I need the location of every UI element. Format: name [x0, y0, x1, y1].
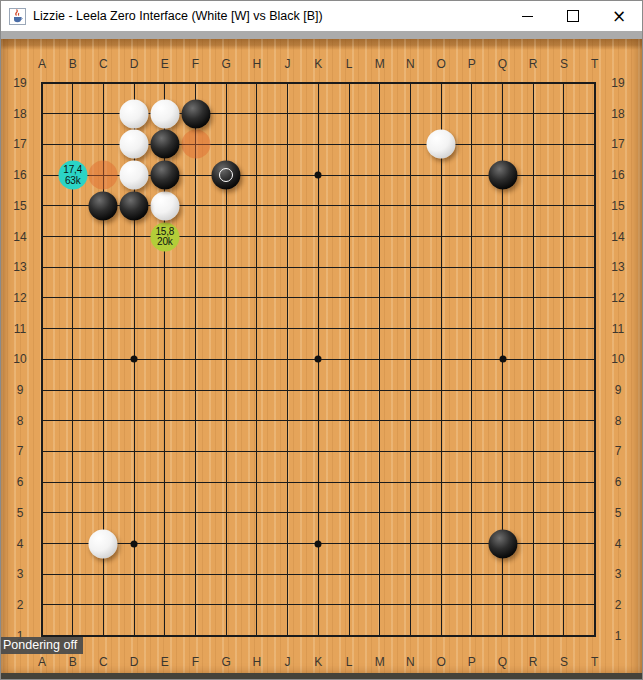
coord-label-top: L	[346, 57, 353, 71]
stone-white-E15[interactable]	[150, 191, 179, 220]
stone-white-D18[interactable]	[120, 99, 149, 128]
coord-label-bottom: T	[591, 655, 598, 669]
window-bottom-edge	[1, 673, 642, 680]
grid-line-h	[41, 604, 596, 605]
stone-black-Q4[interactable]	[488, 529, 517, 558]
coord-label-left: 10	[13, 352, 26, 366]
grid-line-h	[41, 420, 596, 421]
coord-label-bottom: S	[560, 655, 568, 669]
coord-label-bottom: P	[468, 655, 476, 669]
coord-label-right: 19	[611, 76, 624, 90]
candidate-winrate: 17,4	[63, 165, 82, 176]
coord-label-top: F	[192, 57, 199, 71]
lizzie-window: Lizzie - Leela Zero Interface (White [W]…	[0, 0, 643, 680]
coord-label-right: 14	[611, 230, 624, 244]
coord-label-bottom: M	[375, 655, 385, 669]
coord-label-right: 8	[615, 414, 622, 428]
stone-black-E17[interactable]	[150, 130, 179, 159]
grid-line-v	[533, 82, 534, 637]
coord-label-top: T	[591, 57, 598, 71]
stone-black-D15[interactable]	[120, 191, 149, 220]
stone-black-F18[interactable]	[181, 99, 210, 128]
grid-line-v	[441, 82, 442, 637]
candidate-visits: 63k	[65, 175, 81, 186]
close-icon: ×	[612, 8, 626, 25]
grid-line-h	[41, 482, 596, 483]
star-point-D4	[131, 540, 138, 547]
coord-label-left: 15	[13, 199, 26, 213]
coord-label-right: 13	[611, 260, 624, 274]
coord-label-right: 16	[611, 168, 624, 182]
candidate-move-E14[interactable]: 15,820k	[150, 222, 179, 251]
coord-label-top: O	[436, 57, 445, 71]
grid-line-v	[349, 82, 350, 637]
grid-line-h	[41, 574, 596, 575]
coord-label-right: 4	[615, 537, 622, 551]
coord-label-right: 12	[611, 291, 624, 305]
pondering-status: Pondering off	[1, 637, 83, 654]
titlebar-lower-strip	[1, 31, 642, 39]
coord-label-bottom: H	[253, 655, 262, 669]
candidate-move-F17[interactable]	[181, 130, 210, 159]
minimize-button[interactable]	[504, 1, 550, 31]
last-move-marker	[219, 168, 233, 182]
coord-label-left: 3	[17, 567, 24, 581]
coord-label-top: R	[529, 57, 538, 71]
star-point-D10	[131, 356, 138, 363]
stone-white-C4[interactable]	[89, 529, 118, 558]
coord-label-left: 7	[17, 444, 24, 458]
star-point-K4	[315, 540, 322, 547]
java-icon	[9, 8, 26, 25]
coord-label-bottom: D	[130, 655, 139, 669]
coord-label-right: 7	[615, 444, 622, 458]
coord-label-right: 9	[615, 383, 622, 397]
coord-label-bottom: G	[222, 655, 231, 669]
grid-line-h	[41, 512, 596, 513]
grid-line-h	[41, 635, 596, 637]
coord-label-right: 17	[611, 137, 624, 151]
coord-label-bottom: B	[69, 655, 77, 669]
window-controls: ×	[504, 1, 642, 31]
coord-label-top: N	[406, 57, 415, 71]
coord-label-top: J	[285, 57, 291, 71]
coord-label-top: G	[222, 57, 231, 71]
coord-label-left: 16	[13, 168, 26, 182]
coord-label-right: 1	[615, 629, 622, 643]
coord-label-top: B	[69, 57, 77, 71]
maximize-icon	[567, 10, 579, 22]
coord-label-left: 19	[13, 76, 26, 90]
coord-label-top: M	[375, 57, 385, 71]
coord-label-left: 4	[17, 537, 24, 551]
maximize-button[interactable]	[550, 1, 596, 31]
stone-white-D16[interactable]	[120, 161, 149, 190]
grid-line-v	[410, 82, 411, 637]
candidate-winrate: 15,8	[155, 226, 174, 237]
coord-label-left: 13	[13, 260, 26, 274]
coord-label-left: 2	[17, 598, 24, 612]
coord-label-top: H	[253, 57, 262, 71]
grid-line-v	[594, 82, 596, 637]
grid-line-v	[563, 82, 564, 637]
star-point-K16	[315, 172, 322, 179]
candidate-move-C16[interactable]	[89, 161, 118, 190]
coord-label-top: Q	[498, 57, 507, 71]
stone-white-D17[interactable]	[120, 130, 149, 159]
grid-line-h	[41, 451, 596, 452]
candidate-visits: 20k	[157, 237, 173, 248]
coord-label-bottom: F	[192, 655, 199, 669]
coord-label-left: 8	[17, 414, 24, 428]
star-point-K10	[315, 356, 322, 363]
coord-label-bottom: N	[406, 655, 415, 669]
stone-black-Q16[interactable]	[488, 161, 517, 190]
coord-label-top: E	[161, 57, 169, 71]
coord-label-left: 6	[17, 475, 24, 489]
coord-label-left: 17	[13, 137, 26, 151]
coord-label-bottom: R	[529, 655, 538, 669]
coord-label-bottom: C	[99, 655, 108, 669]
coord-label-right: 2	[615, 598, 622, 612]
coord-label-top: C	[99, 57, 108, 71]
coord-label-top: S	[560, 57, 568, 71]
grid-line-v	[471, 82, 472, 637]
coord-label-bottom: J	[285, 655, 291, 669]
coord-label-left: 11	[14, 322, 26, 336]
minimize-icon	[522, 16, 533, 17]
title-bar[interactable]: Lizzie - Leela Zero Interface (White [W]…	[1, 1, 642, 31]
close-button[interactable]: ×	[596, 1, 642, 31]
grid-line-h	[41, 390, 596, 391]
coord-label-left: 14	[13, 230, 26, 244]
coord-label-top: P	[468, 57, 476, 71]
coord-label-right: 6	[615, 475, 622, 489]
coord-label-top: K	[314, 57, 322, 71]
stone-white-E18[interactable]	[150, 99, 179, 128]
coord-label-bottom: O	[436, 655, 445, 669]
coord-label-bottom: K	[314, 655, 322, 669]
stone-black-C15[interactable]	[89, 191, 118, 220]
coord-label-right: 11	[612, 322, 624, 336]
coord-label-left: 9	[17, 383, 24, 397]
coord-label-top: D	[130, 57, 139, 71]
candidate-move-B16[interactable]: 17,463k	[58, 161, 87, 190]
coord-label-top: A	[38, 57, 46, 71]
coord-label-left: 5	[17, 506, 24, 520]
coord-label-right: 5	[615, 506, 622, 520]
coord-label-bottom: L	[346, 655, 353, 669]
coord-label-right: 18	[611, 107, 624, 121]
coord-label-right: 10	[611, 352, 624, 366]
coord-label-bottom: Q	[498, 655, 507, 669]
coord-label-bottom: A	[38, 655, 46, 669]
coord-label-right: 15	[611, 199, 624, 213]
stone-white-O17[interactable]	[427, 130, 456, 159]
window-title: Lizzie - Leela Zero Interface (White [W]…	[33, 9, 323, 23]
coord-label-bottom: E	[161, 655, 169, 669]
star-point-Q10	[499, 356, 506, 363]
coord-label-left: 12	[13, 291, 26, 305]
coord-label-left: 18	[13, 107, 26, 121]
stone-black-E16[interactable]	[150, 161, 179, 190]
goban[interactable]: Pondering off AABBCCDDEEFFGGHHJJKKLLMMNN…	[1, 39, 643, 673]
grid-line-v	[379, 82, 380, 637]
coord-label-right: 3	[615, 567, 622, 581]
